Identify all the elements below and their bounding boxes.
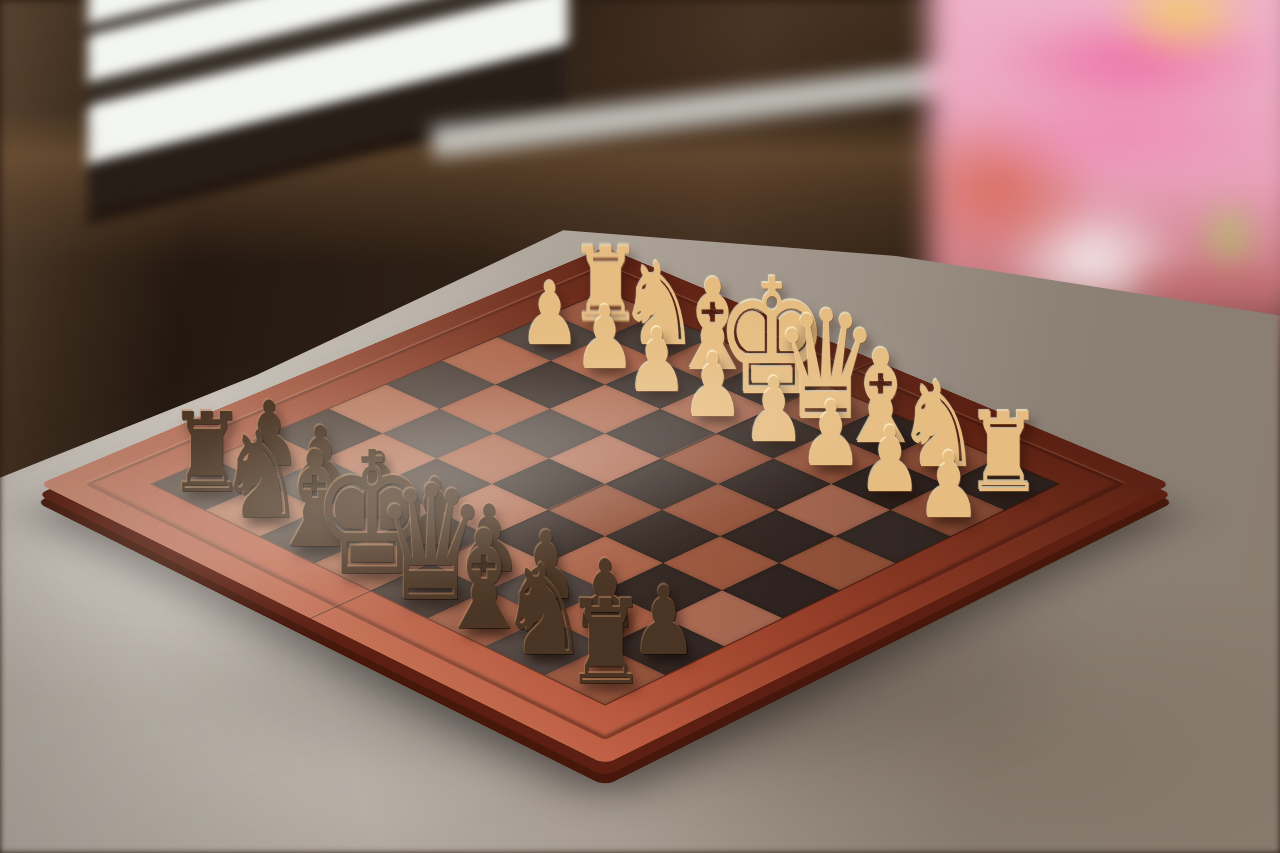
photo-scene: ♜♞♝♛♚♝♞♜♟♟♟♟♟♟♟♟♟♟♟♟♟♟♟♟♜♞♝♛♚♝♞♜ (0, 0, 1280, 853)
window-frame-post (58, 0, 98, 241)
